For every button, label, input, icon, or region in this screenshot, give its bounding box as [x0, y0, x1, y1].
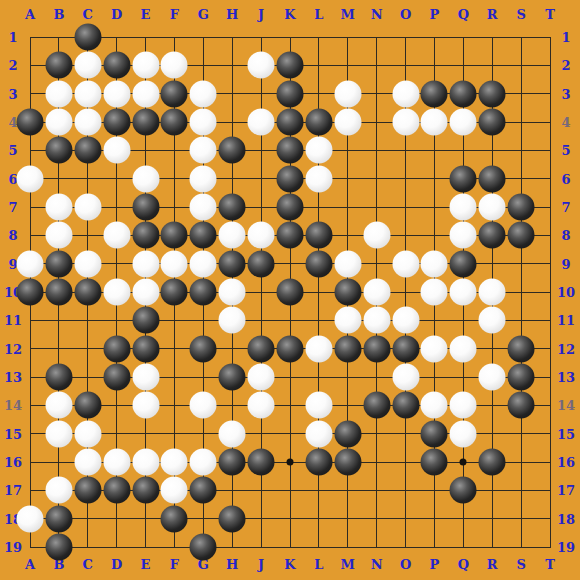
black-stone-G17 — [190, 477, 217, 504]
white-stone-M4 — [334, 109, 361, 136]
black-stone-H5 — [219, 137, 246, 164]
column-label-bottom: K — [284, 558, 295, 571]
column-label-bottom: S — [516, 558, 525, 571]
row-label-right: 5 — [561, 144, 570, 157]
row-label-right: 1 — [561, 31, 570, 44]
row-label-right: 3 — [561, 87, 570, 100]
black-stone-G19 — [190, 534, 217, 561]
row-label-right: 16 — [557, 456, 575, 469]
column-label-bottom: A — [25, 558, 35, 571]
white-stone-B4 — [45, 109, 72, 136]
white-stone-B15 — [45, 420, 72, 447]
black-stone-K4 — [277, 109, 304, 136]
black-stone-R8 — [479, 222, 506, 249]
row-label-right: 15 — [557, 427, 575, 440]
column-label-bottom: F — [170, 558, 179, 571]
white-stone-P9 — [421, 250, 448, 277]
row-label-right: 11 — [557, 314, 575, 327]
black-stone-E4 — [132, 109, 159, 136]
row-label-left: 11 — [4, 314, 22, 327]
row-label-right: 2 — [561, 59, 570, 72]
column-label-bottom: C — [83, 558, 93, 571]
black-stone-O14 — [392, 392, 419, 419]
black-stone-L4 — [305, 109, 332, 136]
black-stone-E12 — [132, 335, 159, 362]
white-stone-Q8 — [450, 222, 477, 249]
white-stone-R11 — [479, 307, 506, 334]
column-label-top: B — [53, 8, 64, 21]
column-label-top: M — [341, 8, 355, 21]
row-label-right: 19 — [557, 541, 575, 554]
row-label-right: 13 — [557, 371, 575, 384]
white-stone-Q12 — [450, 335, 477, 362]
black-stone-S7 — [508, 194, 535, 221]
row-label-right: 18 — [557, 512, 575, 525]
black-stone-H16 — [219, 449, 246, 476]
black-stone-C1 — [74, 24, 101, 51]
white-stone-A9 — [17, 250, 44, 277]
white-stone-E3 — [132, 80, 159, 107]
white-stone-D8 — [103, 222, 130, 249]
white-stone-E2 — [132, 52, 159, 79]
black-stone-K10 — [277, 279, 304, 306]
black-stone-B10 — [45, 279, 72, 306]
white-stone-F9 — [161, 250, 188, 277]
black-stone-P3 — [421, 80, 448, 107]
row-label-left: 2 — [8, 59, 17, 72]
white-stone-B8 — [45, 222, 72, 249]
black-stone-R6 — [479, 165, 506, 192]
black-stone-J12 — [248, 335, 275, 362]
black-stone-E8 — [132, 222, 159, 249]
white-stone-G7 — [190, 194, 217, 221]
white-stone-G3 — [190, 80, 217, 107]
white-stone-P10 — [421, 279, 448, 306]
white-stone-J14 — [248, 392, 275, 419]
black-stone-R16 — [479, 449, 506, 476]
white-stone-Q4 — [450, 109, 477, 136]
white-stone-C16 — [74, 449, 101, 476]
grid-line-horizontal — [30, 518, 551, 519]
row-label-left: 17 — [4, 484, 22, 497]
column-label-top: K — [284, 8, 295, 21]
column-label-top: D — [111, 8, 122, 21]
black-stone-H7 — [219, 194, 246, 221]
black-stone-K7 — [277, 194, 304, 221]
row-label-left: 14 — [4, 399, 22, 412]
white-stone-P12 — [421, 335, 448, 362]
column-label-top: P — [430, 8, 440, 21]
black-stone-S12 — [508, 335, 535, 362]
column-label-bottom: R — [487, 558, 498, 571]
black-stone-F10 — [161, 279, 188, 306]
white-stone-N10 — [363, 279, 390, 306]
column-label-bottom: O — [400, 558, 411, 571]
column-label-bottom: D — [111, 558, 122, 571]
black-stone-F18 — [161, 505, 188, 532]
column-label-bottom: E — [141, 558, 151, 571]
column-label-top: R — [487, 8, 498, 21]
star-point-K16 — [287, 459, 294, 466]
white-stone-B3 — [45, 80, 72, 107]
column-label-top: A — [25, 8, 35, 21]
black-stone-H18 — [219, 505, 246, 532]
black-stone-A10 — [17, 279, 44, 306]
white-stone-O4 — [392, 109, 419, 136]
black-stone-K5 — [277, 137, 304, 164]
white-stone-C4 — [74, 109, 101, 136]
white-stone-O13 — [392, 364, 419, 391]
black-stone-B9 — [45, 250, 72, 277]
black-stone-Q9 — [450, 250, 477, 277]
star-point-Q16 — [460, 459, 467, 466]
black-stone-F8 — [161, 222, 188, 249]
white-stone-E6 — [132, 165, 159, 192]
black-stone-S13 — [508, 364, 535, 391]
white-stone-E9 — [132, 250, 159, 277]
black-stone-D13 — [103, 364, 130, 391]
white-stone-O11 — [392, 307, 419, 334]
column-label-bottom: P — [430, 558, 440, 571]
column-label-top: Q — [458, 8, 469, 21]
white-stone-Q10 — [450, 279, 477, 306]
white-stone-L12 — [305, 335, 332, 362]
black-stone-L16 — [305, 449, 332, 476]
white-stone-L5 — [305, 137, 332, 164]
column-label-top: S — [516, 8, 525, 21]
white-stone-R7 — [479, 194, 506, 221]
black-stone-A4 — [17, 109, 44, 136]
white-stone-D16 — [103, 449, 130, 476]
black-stone-R3 — [479, 80, 506, 107]
white-stone-G5 — [190, 137, 217, 164]
black-stone-E11 — [132, 307, 159, 334]
black-stone-K2 — [277, 52, 304, 79]
white-stone-Q15 — [450, 420, 477, 447]
row-label-left: 12 — [4, 342, 22, 355]
white-stone-E16 — [132, 449, 159, 476]
white-stone-B7 — [45, 194, 72, 221]
column-label-top: E — [141, 8, 151, 21]
white-stone-F16 — [161, 449, 188, 476]
white-stone-J2 — [248, 52, 275, 79]
white-stone-H15 — [219, 420, 246, 447]
row-label-right: 12 — [557, 342, 575, 355]
black-stone-P16 — [421, 449, 448, 476]
black-stone-J16 — [248, 449, 275, 476]
black-stone-N14 — [363, 392, 390, 419]
column-label-top: O — [400, 8, 411, 21]
white-stone-H11 — [219, 307, 246, 334]
black-stone-M10 — [334, 279, 361, 306]
black-stone-C5 — [74, 137, 101, 164]
go-board[interactable]: AABBCCDDEEFFGGHHJJKKLLMMNNOOPPQQRRSSTT11… — [0, 0, 580, 580]
black-stone-K8 — [277, 222, 304, 249]
black-stone-D12 — [103, 335, 130, 362]
black-stone-G10 — [190, 279, 217, 306]
black-stone-N12 — [363, 335, 390, 362]
grid-line-horizontal — [30, 37, 551, 38]
black-stone-G12 — [190, 335, 217, 362]
black-stone-Q6 — [450, 165, 477, 192]
white-stone-G4 — [190, 109, 217, 136]
black-stone-H9 — [219, 250, 246, 277]
white-stone-M11 — [334, 307, 361, 334]
white-stone-L14 — [305, 392, 332, 419]
white-stone-H10 — [219, 279, 246, 306]
white-stone-G14 — [190, 392, 217, 419]
row-label-left: 1 — [8, 31, 17, 44]
column-label-bottom: L — [314, 558, 323, 571]
white-stone-C9 — [74, 250, 101, 277]
column-label-top: J — [258, 8, 264, 21]
white-stone-C2 — [74, 52, 101, 79]
black-stone-P15 — [421, 420, 448, 447]
black-stone-D17 — [103, 477, 130, 504]
column-label-top: T — [545, 8, 555, 21]
white-stone-O9 — [392, 250, 419, 277]
white-stone-J8 — [248, 222, 275, 249]
grid-line-vertical — [550, 37, 551, 548]
black-stone-Q3 — [450, 80, 477, 107]
white-stone-N11 — [363, 307, 390, 334]
grid-line-vertical — [521, 37, 522, 548]
row-label-right: 6 — [561, 172, 570, 185]
white-stone-M9 — [334, 250, 361, 277]
black-stone-E17 — [132, 477, 159, 504]
black-stone-F3 — [161, 80, 188, 107]
white-stone-L6 — [305, 165, 332, 192]
row-label-right: 10 — [557, 286, 575, 299]
white-stone-D3 — [103, 80, 130, 107]
black-stone-J9 — [248, 250, 275, 277]
black-stone-K3 — [277, 80, 304, 107]
white-stone-P4 — [421, 109, 448, 136]
row-label-right: 9 — [561, 257, 570, 270]
white-stone-M3 — [334, 80, 361, 107]
white-stone-B17 — [45, 477, 72, 504]
column-label-top: N — [371, 8, 383, 21]
white-stone-Q14 — [450, 392, 477, 419]
black-stone-E7 — [132, 194, 159, 221]
black-stone-L8 — [305, 222, 332, 249]
black-stone-D4 — [103, 109, 130, 136]
white-stone-P14 — [421, 392, 448, 419]
row-label-left: 5 — [8, 144, 17, 157]
black-stone-B5 — [45, 137, 72, 164]
black-stone-M12 — [334, 335, 361, 362]
black-stone-O12 — [392, 335, 419, 362]
column-label-top: F — [170, 8, 179, 21]
white-stone-N8 — [363, 222, 390, 249]
black-stone-K12 — [277, 335, 304, 362]
black-stone-B13 — [45, 364, 72, 391]
white-stone-J13 — [248, 364, 275, 391]
white-stone-D10 — [103, 279, 130, 306]
row-label-right: 14 — [557, 399, 575, 412]
white-stone-J4 — [248, 109, 275, 136]
column-label-bottom: N — [371, 558, 383, 571]
column-label-bottom: T — [545, 558, 555, 571]
row-label-right: 17 — [557, 484, 575, 497]
white-stone-G9 — [190, 250, 217, 277]
column-label-bottom: Q — [458, 558, 469, 571]
black-stone-F4 — [161, 109, 188, 136]
black-stone-C14 — [74, 392, 101, 419]
black-stone-B19 — [45, 534, 72, 561]
black-stone-M15 — [334, 420, 361, 447]
grid-line-horizontal — [30, 547, 551, 548]
column-label-bottom: H — [226, 558, 238, 571]
white-stone-G16 — [190, 449, 217, 476]
column-label-bottom: J — [258, 558, 264, 571]
white-stone-C3 — [74, 80, 101, 107]
black-stone-Q17 — [450, 477, 477, 504]
row-label-left: 3 — [8, 87, 17, 100]
row-label-right: 4 — [561, 116, 570, 129]
white-stone-E10 — [132, 279, 159, 306]
white-stone-R13 — [479, 364, 506, 391]
white-stone-E13 — [132, 364, 159, 391]
black-stone-C10 — [74, 279, 101, 306]
black-stone-L9 — [305, 250, 332, 277]
white-stone-A18 — [17, 505, 44, 532]
row-label-left: 16 — [4, 456, 22, 469]
column-label-top: L — [314, 8, 323, 21]
row-label-left: 19 — [4, 541, 22, 554]
white-stone-A6 — [17, 165, 44, 192]
white-stone-L15 — [305, 420, 332, 447]
black-stone-S14 — [508, 392, 535, 419]
column-label-top: G — [198, 8, 209, 21]
black-stone-B18 — [45, 505, 72, 532]
white-stone-R10 — [479, 279, 506, 306]
white-stone-B14 — [45, 392, 72, 419]
black-stone-G8 — [190, 222, 217, 249]
white-stone-F17 — [161, 477, 188, 504]
black-stone-M16 — [334, 449, 361, 476]
black-stone-H13 — [219, 364, 246, 391]
row-label-right: 8 — [561, 229, 570, 242]
white-stone-F2 — [161, 52, 188, 79]
column-label-top: H — [226, 8, 238, 21]
row-label-left: 13 — [4, 371, 22, 384]
white-stone-D5 — [103, 137, 130, 164]
black-stone-K6 — [277, 165, 304, 192]
grid-line-horizontal — [30, 320, 551, 321]
black-stone-S8 — [508, 222, 535, 249]
white-stone-C15 — [74, 420, 101, 447]
white-stone-O3 — [392, 80, 419, 107]
white-stone-C7 — [74, 194, 101, 221]
row-label-left: 15 — [4, 427, 22, 440]
white-stone-G6 — [190, 165, 217, 192]
white-stone-Q7 — [450, 194, 477, 221]
white-stone-H8 — [219, 222, 246, 249]
column-label-bottom: M — [341, 558, 355, 571]
row-label-left: 7 — [8, 201, 17, 214]
row-label-left: 8 — [8, 229, 17, 242]
black-stone-B2 — [45, 52, 72, 79]
black-stone-D2 — [103, 52, 130, 79]
row-label-right: 7 — [561, 201, 570, 214]
black-stone-C17 — [74, 477, 101, 504]
white-stone-E14 — [132, 392, 159, 419]
column-label-top: C — [83, 8, 93, 21]
black-stone-R4 — [479, 109, 506, 136]
